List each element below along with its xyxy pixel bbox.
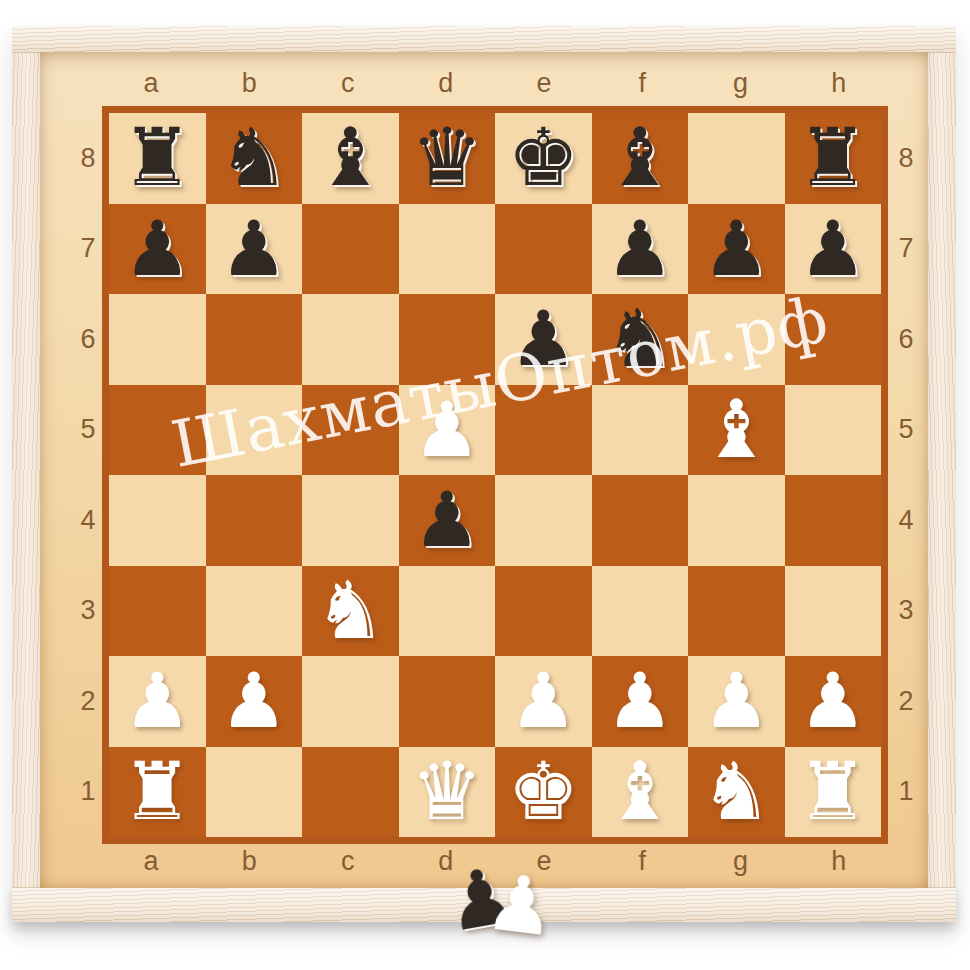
- square-h6[interactable]: [785, 294, 882, 385]
- rank-labels-right: 87654321: [888, 113, 924, 837]
- rank-label-8: 8: [888, 113, 924, 204]
- square-d1[interactable]: ♛: [399, 747, 496, 838]
- black-bishop-c8[interactable]: ♝: [314, 118, 386, 198]
- file-label-h: h: [790, 844, 888, 878]
- square-g4[interactable]: [688, 475, 785, 566]
- square-g1[interactable]: ♞: [688, 747, 785, 838]
- rank-label-6: 6: [70, 294, 106, 385]
- square-a8[interactable]: ♜: [109, 113, 206, 204]
- white-pawn-a2[interactable]: ♟: [123, 663, 191, 739]
- square-f1[interactable]: ♝: [592, 747, 689, 838]
- square-a3[interactable]: [109, 566, 206, 657]
- rank-label-4: 4: [70, 475, 106, 566]
- black-pawn-b7[interactable]: ♟: [220, 211, 288, 287]
- square-f2[interactable]: ♟: [592, 656, 689, 747]
- black-king-e8[interactable]: ♚: [507, 118, 579, 198]
- black-pawn-h7[interactable]: ♟: [799, 211, 867, 287]
- black-rook-a8[interactable]: ♜: [121, 118, 193, 198]
- rank-label-2: 2: [70, 656, 106, 747]
- file-label-a: a: [102, 66, 200, 100]
- white-king-e1[interactable]: ♚: [507, 752, 579, 832]
- square-b1[interactable]: [206, 747, 303, 838]
- square-b8[interactable]: ♞: [206, 113, 303, 204]
- black-bishop-f8[interactable]: ♝: [604, 118, 676, 198]
- square-c8[interactable]: ♝: [302, 113, 399, 204]
- square-c2[interactable]: [302, 656, 399, 747]
- captured-pieces-tray: ♟ ♟: [438, 860, 598, 970]
- square-d4[interactable]: ♟: [399, 475, 496, 566]
- square-c5[interactable]: [302, 385, 399, 476]
- square-f8[interactable]: ♝: [592, 113, 689, 204]
- black-pawn-d4[interactable]: ♟: [413, 482, 481, 558]
- frame-strip-left: [12, 26, 40, 922]
- file-label-c: c: [299, 66, 397, 100]
- square-b7[interactable]: ♟: [206, 204, 303, 295]
- square-a7[interactable]: ♟: [109, 204, 206, 295]
- square-c7[interactable]: [302, 204, 399, 295]
- square-h2[interactable]: ♟: [785, 656, 882, 747]
- square-a5[interactable]: [109, 385, 206, 476]
- file-label-g: g: [692, 66, 790, 100]
- file-label-a: a: [102, 844, 200, 878]
- white-pawn-e2[interactable]: ♟: [509, 663, 577, 739]
- square-d3[interactable]: [399, 566, 496, 657]
- square-e1[interactable]: ♚: [495, 747, 592, 838]
- rank-label-1: 1: [888, 747, 924, 838]
- file-label-g: g: [692, 844, 790, 878]
- square-b4[interactable]: [206, 475, 303, 566]
- square-f4[interactable]: [592, 475, 689, 566]
- square-h5[interactable]: [785, 385, 882, 476]
- square-e4[interactable]: [495, 475, 592, 566]
- square-h7[interactable]: ♟: [785, 204, 882, 295]
- square-f7[interactable]: ♟: [592, 204, 689, 295]
- square-e3[interactable]: [495, 566, 592, 657]
- white-pawn-h2[interactable]: ♟: [799, 663, 867, 739]
- square-a6[interactable]: [109, 294, 206, 385]
- rank-label-5: 5: [70, 385, 106, 476]
- white-knight-c3[interactable]: ♞: [314, 571, 386, 651]
- square-a1[interactable]: ♜: [109, 747, 206, 838]
- square-e2[interactable]: ♟: [495, 656, 592, 747]
- white-knight-g1[interactable]: ♞: [700, 752, 772, 832]
- square-g7[interactable]: ♟: [688, 204, 785, 295]
- black-pawn-g7[interactable]: ♟: [702, 211, 770, 287]
- white-bishop-f1[interactable]: ♝: [604, 752, 676, 832]
- demo-chess-board: abcdefgh abcdefgh 87654321 87654321 ♜♞♝♛…: [0, 0, 970, 970]
- file-labels-top: abcdefgh: [102, 66, 888, 100]
- rank-label-3: 3: [888, 566, 924, 657]
- file-label-b: b: [200, 66, 298, 100]
- square-c1[interactable]: [302, 747, 399, 838]
- square-g8[interactable]: [688, 113, 785, 204]
- square-e8[interactable]: ♚: [495, 113, 592, 204]
- square-b5[interactable]: [206, 385, 303, 476]
- black-pawn-f7[interactable]: ♟: [606, 211, 674, 287]
- file-label-f: f: [593, 844, 691, 878]
- rank-label-6: 6: [888, 294, 924, 385]
- white-pawn-b2[interactable]: ♟: [220, 663, 288, 739]
- file-label-h: h: [790, 66, 888, 100]
- square-g3[interactable]: [688, 566, 785, 657]
- square-d7[interactable]: [399, 204, 496, 295]
- square-a2[interactable]: ♟: [109, 656, 206, 747]
- rank-label-8: 8: [70, 113, 106, 204]
- captured-white-pawn[interactable]: ♟: [482, 862, 561, 948]
- square-d2[interactable]: [399, 656, 496, 747]
- file-label-c: c: [299, 844, 397, 878]
- rank-label-3: 3: [70, 566, 106, 657]
- square-c6[interactable]: [302, 294, 399, 385]
- white-pawn-g2[interactable]: ♟: [702, 663, 770, 739]
- square-d6[interactable]: [399, 294, 496, 385]
- file-label-e: e: [495, 66, 593, 100]
- rank-label-2: 2: [888, 656, 924, 747]
- frame-strip-right: [928, 26, 956, 922]
- frame-rail-top: [12, 26, 956, 53]
- square-g5[interactable]: ♝: [688, 385, 785, 476]
- white-queen-d1[interactable]: ♛: [411, 752, 483, 832]
- rank-label-7: 7: [888, 204, 924, 295]
- white-pawn-d5[interactable]: ♟: [413, 392, 481, 468]
- white-pawn-f2[interactable]: ♟: [606, 663, 674, 739]
- file-label-d: d: [397, 66, 495, 100]
- white-bishop-g5[interactable]: ♝: [700, 390, 772, 470]
- square-f3[interactable]: [592, 566, 689, 657]
- white-rook-h1[interactable]: ♜: [797, 752, 869, 832]
- wooden-frame: abcdefgh abcdefgh 87654321 87654321 ♜♞♝♛…: [12, 26, 956, 922]
- square-e5[interactable]: [495, 385, 592, 476]
- square-g2[interactable]: ♟: [688, 656, 785, 747]
- black-rook-h8[interactable]: ♜: [797, 118, 869, 198]
- black-pawn-a7[interactable]: ♟: [123, 211, 191, 287]
- square-h3[interactable]: [785, 566, 882, 657]
- square-b2[interactable]: ♟: [206, 656, 303, 747]
- playing-field: ♜♞♝♛♚♝♜♟♟♟♟♟♟♞♟♝♟♞♟♟♟♟♟♟♜♛♚♝♞♜: [102, 106, 888, 844]
- file-label-b: b: [200, 844, 298, 878]
- board-surface: abcdefgh abcdefgh 87654321 87654321 ♜♞♝♛…: [40, 52, 928, 888]
- square-h1[interactable]: ♜: [785, 747, 882, 838]
- square-d5[interactable]: ♟: [399, 385, 496, 476]
- square-d8[interactable]: ♛: [399, 113, 496, 204]
- rank-label-4: 4: [888, 475, 924, 566]
- black-queen-d8[interactable]: ♛: [411, 118, 483, 198]
- square-e7[interactable]: [495, 204, 592, 295]
- square-b6[interactable]: [206, 294, 303, 385]
- square-h8[interactable]: ♜: [785, 113, 882, 204]
- rank-label-7: 7: [70, 204, 106, 295]
- square-a4[interactable]: [109, 475, 206, 566]
- square-h4[interactable]: [785, 475, 882, 566]
- square-c4[interactable]: [302, 475, 399, 566]
- square-g6[interactable]: [688, 294, 785, 385]
- square-f5[interactable]: [592, 385, 689, 476]
- rank-label-5: 5: [888, 385, 924, 476]
- rank-labels-left: 87654321: [70, 113, 106, 837]
- square-b3[interactable]: [206, 566, 303, 657]
- square-c3[interactable]: ♞: [302, 566, 399, 657]
- black-pawn-e6[interactable]: ♟: [509, 301, 577, 377]
- file-label-f: f: [593, 66, 691, 100]
- square-f6[interactable]: ♞: [592, 294, 689, 385]
- square-e6[interactable]: ♟: [495, 294, 592, 385]
- black-knight-f6[interactable]: ♞: [604, 299, 676, 379]
- rank-label-1: 1: [70, 747, 106, 838]
- black-knight-b8[interactable]: ♞: [218, 118, 290, 198]
- white-rook-a1[interactable]: ♜: [121, 752, 193, 832]
